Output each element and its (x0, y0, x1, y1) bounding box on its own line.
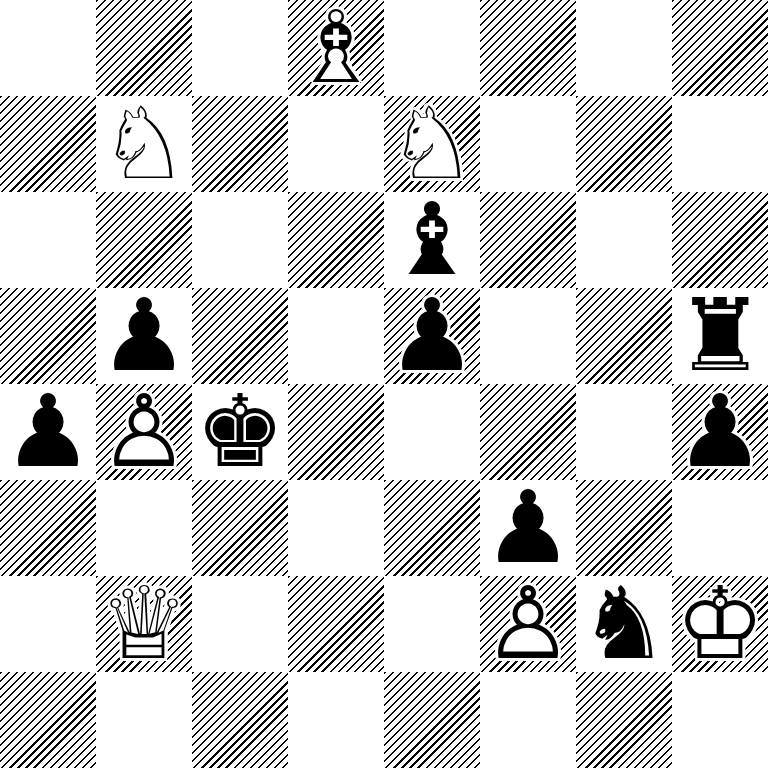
square-g1[interactable] (576, 672, 672, 768)
square-g7[interactable] (576, 96, 672, 192)
square-d1[interactable] (288, 672, 384, 768)
square-d2[interactable] (288, 576, 384, 672)
square-f1[interactable] (480, 672, 576, 768)
square-e2[interactable] (384, 576, 480, 672)
square-c2[interactable] (192, 576, 288, 672)
square-f5[interactable] (480, 288, 576, 384)
black-knight[interactable]: ♞ (576, 576, 672, 672)
square-c8[interactable] (192, 0, 288, 96)
square-c6[interactable] (192, 192, 288, 288)
white-knight[interactable]: ♞♘ (384, 96, 480, 192)
square-d7[interactable] (288, 96, 384, 192)
square-h7[interactable] (672, 96, 768, 192)
square-a5[interactable] (0, 288, 96, 384)
white-bishop[interactable]: ♝♗ (288, 0, 384, 96)
black-bishop[interactable]: ♝ (384, 192, 480, 288)
square-g2[interactable]: ♞ (576, 576, 672, 672)
black-pawn[interactable]: ♟ (96, 288, 192, 384)
square-e4[interactable] (384, 384, 480, 480)
square-c4[interactable]: ♚ (192, 384, 288, 480)
square-b5[interactable]: ♟ (96, 288, 192, 384)
square-g8[interactable] (576, 0, 672, 96)
square-a7[interactable] (0, 96, 96, 192)
square-a1[interactable] (0, 672, 96, 768)
white-king[interactable]: ♚♔ (672, 576, 768, 672)
square-c1[interactable] (192, 672, 288, 768)
square-g3[interactable] (576, 480, 672, 576)
square-e6[interactable]: ♝ (384, 192, 480, 288)
square-b3[interactable] (96, 480, 192, 576)
square-f8[interactable] (480, 0, 576, 96)
square-d4[interactable] (288, 384, 384, 480)
square-a3[interactable] (0, 480, 96, 576)
square-a4[interactable]: ♟ (0, 384, 96, 480)
square-h8[interactable] (672, 0, 768, 96)
square-b8[interactable] (96, 0, 192, 96)
square-h1[interactable] (672, 672, 768, 768)
square-f2[interactable]: ♟♙ (480, 576, 576, 672)
square-d5[interactable] (288, 288, 384, 384)
square-a8[interactable] (0, 0, 96, 96)
square-h3[interactable] (672, 480, 768, 576)
square-f3[interactable]: ♟ (480, 480, 576, 576)
square-f7[interactable] (480, 96, 576, 192)
white-pawn[interactable]: ♟♙ (480, 576, 576, 672)
square-e5[interactable]: ♟ (384, 288, 480, 384)
square-b4[interactable]: ♟♙ (96, 384, 192, 480)
square-b6[interactable] (96, 192, 192, 288)
square-b2[interactable]: ♛♕ (96, 576, 192, 672)
square-h2[interactable]: ♚♔ (672, 576, 768, 672)
square-h4[interactable]: ♟ (672, 384, 768, 480)
square-b1[interactable] (96, 672, 192, 768)
square-e3[interactable] (384, 480, 480, 576)
square-a6[interactable] (0, 192, 96, 288)
square-h5[interactable]: ♜ (672, 288, 768, 384)
square-h6[interactable] (672, 192, 768, 288)
square-f6[interactable] (480, 192, 576, 288)
black-pawn[interactable]: ♟ (384, 288, 480, 384)
square-b7[interactable]: ♞♘ (96, 96, 192, 192)
white-knight[interactable]: ♞♘ (96, 96, 192, 192)
black-rook[interactable]: ♜ (672, 288, 768, 384)
square-c3[interactable] (192, 480, 288, 576)
chess-board: ♝♗♞♘♞♘♝♟♟♜♟♟♙♚♟♟♛♕♟♙♞♚♔ (0, 0, 768, 768)
square-d3[interactable] (288, 480, 384, 576)
square-e8[interactable] (384, 0, 480, 96)
square-g6[interactable] (576, 192, 672, 288)
square-d6[interactable] (288, 192, 384, 288)
square-g5[interactable] (576, 288, 672, 384)
white-pawn[interactable]: ♟♙ (96, 384, 192, 480)
square-d8[interactable]: ♝♗ (288, 0, 384, 96)
black-pawn[interactable]: ♟ (0, 384, 96, 480)
black-pawn[interactable]: ♟ (480, 480, 576, 576)
square-c5[interactable] (192, 288, 288, 384)
square-g4[interactable] (576, 384, 672, 480)
square-f4[interactable] (480, 384, 576, 480)
black-pawn[interactable]: ♟ (672, 384, 768, 480)
white-queen[interactable]: ♛♕ (96, 576, 192, 672)
square-e7[interactable]: ♞♘ (384, 96, 480, 192)
black-king[interactable]: ♚ (192, 384, 288, 480)
square-c7[interactable] (192, 96, 288, 192)
square-a2[interactable] (0, 576, 96, 672)
square-e1[interactable] (384, 672, 480, 768)
